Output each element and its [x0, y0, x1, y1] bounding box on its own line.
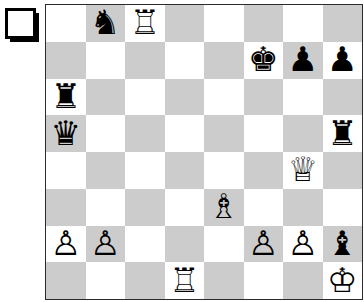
square-f8[interactable]	[244, 5, 284, 42]
square-g8[interactable]	[283, 5, 323, 42]
square-e3[interactable]: ♗	[204, 189, 244, 226]
square-c1[interactable]	[125, 262, 165, 299]
square-a5[interactable]: ♛	[46, 115, 86, 152]
square-f2[interactable]: ♙	[244, 226, 284, 263]
side-to-move-indicator	[5, 8, 36, 39]
square-d3[interactable]	[165, 189, 205, 226]
piece-white-pawn: ♙	[90, 226, 120, 260]
square-a6[interactable]: ♜	[46, 79, 86, 116]
square-g5[interactable]	[283, 115, 323, 152]
square-h7[interactable]: ♟	[323, 42, 363, 79]
square-e1[interactable]	[204, 262, 244, 299]
square-h5[interactable]: ♜	[323, 115, 363, 152]
piece-white-pawn: ♙	[288, 226, 318, 260]
square-b2[interactable]: ♙	[86, 226, 126, 263]
square-b7[interactable]	[86, 42, 126, 79]
square-d2[interactable]	[165, 226, 205, 263]
piece-black-rook: ♜	[327, 116, 357, 150]
square-h4[interactable]	[323, 152, 363, 189]
square-e4[interactable]	[204, 152, 244, 189]
square-e7[interactable]	[204, 42, 244, 79]
square-e8[interactable]	[204, 5, 244, 42]
square-c3[interactable]	[125, 189, 165, 226]
square-g4[interactable]: ♕	[283, 152, 323, 189]
square-b6[interactable]	[86, 79, 126, 116]
piece-black-pawn: ♟	[288, 42, 318, 76]
square-e5[interactable]	[204, 115, 244, 152]
square-d5[interactable]	[165, 115, 205, 152]
square-d7[interactable]	[165, 42, 205, 79]
square-f5[interactable]	[244, 115, 284, 152]
square-a4[interactable]	[46, 152, 86, 189]
square-e2[interactable]	[204, 226, 244, 263]
square-f6[interactable]	[244, 79, 284, 116]
square-c6[interactable]	[125, 79, 165, 116]
square-h1[interactable]: ♔	[323, 262, 363, 299]
piece-white-rook: ♖	[169, 263, 199, 297]
piece-white-pawn: ♙	[51, 226, 81, 260]
square-d8[interactable]	[165, 5, 205, 42]
chess-board: ♞♖♚♟♟♜♛♜♕♗♙♙♙♙♝♖♔	[45, 4, 363, 300]
square-h3[interactable]	[323, 189, 363, 226]
square-a8[interactable]	[46, 5, 86, 42]
piece-black-rook: ♜	[51, 79, 81, 113]
square-a1[interactable]	[46, 262, 86, 299]
piece-black-king: ♚	[248, 42, 278, 76]
square-f1[interactable]	[244, 262, 284, 299]
piece-black-pawn: ♟	[327, 42, 357, 76]
square-b3[interactable]	[86, 189, 126, 226]
square-d6[interactable]	[165, 79, 205, 116]
square-h8[interactable]	[323, 5, 363, 42]
piece-white-bishop: ♗	[209, 189, 239, 223]
square-d4[interactable]	[165, 152, 205, 189]
square-g1[interactable]	[283, 262, 323, 299]
piece-black-bishop: ♝	[327, 226, 357, 260]
square-h6[interactable]	[323, 79, 363, 116]
square-c5[interactable]	[125, 115, 165, 152]
square-f3[interactable]	[244, 189, 284, 226]
square-g3[interactable]	[283, 189, 323, 226]
square-f4[interactable]	[244, 152, 284, 189]
piece-black-queen: ♛	[51, 116, 81, 150]
square-g7[interactable]: ♟	[283, 42, 323, 79]
square-g6[interactable]	[283, 79, 323, 116]
square-a7[interactable]	[46, 42, 86, 79]
piece-white-king: ♔	[327, 263, 357, 297]
square-h2[interactable]: ♝	[323, 226, 363, 263]
piece-white-queen: ♕	[288, 152, 318, 186]
square-c2[interactable]	[125, 226, 165, 263]
square-b8[interactable]: ♞	[86, 5, 126, 42]
square-c7[interactable]	[125, 42, 165, 79]
square-b4[interactable]	[86, 152, 126, 189]
square-f7[interactable]: ♚	[244, 42, 284, 79]
piece-black-knight: ♞	[90, 5, 120, 39]
chess-diagram: ♞♖♚♟♟♜♛♜♕♗♙♙♙♙♝♖♔	[0, 0, 364, 302]
square-d1[interactable]: ♖	[165, 262, 205, 299]
square-c4[interactable]	[125, 152, 165, 189]
square-b1[interactable]	[86, 262, 126, 299]
piece-white-rook: ♖	[130, 5, 160, 39]
square-b5[interactable]	[86, 115, 126, 152]
square-c8[interactable]: ♖	[125, 5, 165, 42]
square-a2[interactable]: ♙	[46, 226, 86, 263]
square-e6[interactable]	[204, 79, 244, 116]
square-g2[interactable]: ♙	[283, 226, 323, 263]
square-a3[interactable]	[46, 189, 86, 226]
piece-white-pawn: ♙	[248, 226, 278, 260]
